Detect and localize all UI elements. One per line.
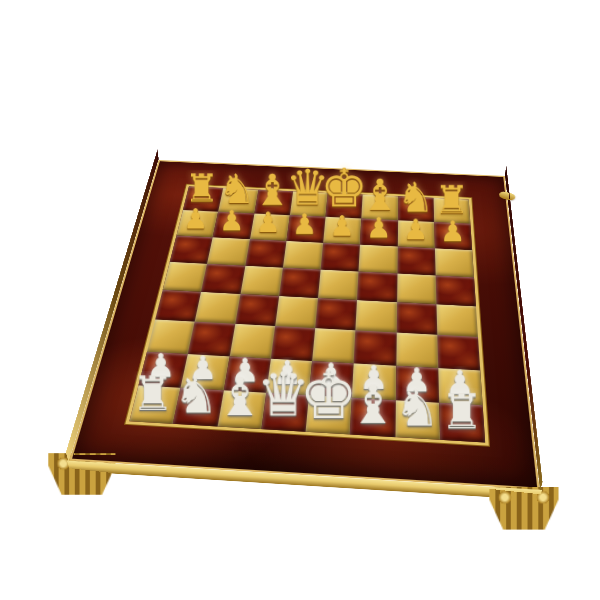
square-d4[interactable] — [275, 296, 318, 328]
square-b7[interactable]: ♟ — [213, 212, 254, 239]
square-a6[interactable] — [170, 235, 213, 263]
square-g4[interactable] — [396, 302, 437, 335]
piece-gold-pawn[interactable]: ♟ — [440, 217, 465, 245]
piece-gold-pawn[interactable]: ♟ — [183, 205, 208, 233]
piece-silver-knight[interactable]: ♞ — [173, 370, 218, 421]
piece-silver-bishop[interactable]: ♝ — [349, 378, 397, 431]
chessboard-scene: ♜♞♝♛♚♝♞♜♟♟♟♟♟♟♟♟♟♟♟♟♟♟♟♟♜♞♝♛♚♝♞♜ — [0, 0, 600, 600]
square-b4[interactable] — [195, 292, 240, 324]
piece-gold-pawn[interactable]: ♟ — [366, 214, 391, 242]
square-f1[interactable]: ♝ — [350, 398, 395, 438]
chessboard: ♜♞♝♛♚♝♞♜♟♟♟♟♟♟♟♟♟♟♟♟♟♟♟♟♜♞♝♛♚♝♞♜ — [69, 160, 540, 490]
square-f7[interactable]: ♟ — [360, 219, 397, 246]
piece-silver-knight[interactable]: ♞ — [394, 382, 440, 433]
piece-gold-pawn[interactable]: ♟ — [219, 207, 244, 235]
square-e5[interactable] — [318, 269, 359, 300]
piece-gold-pawn[interactable]: ♟ — [329, 212, 354, 240]
square-c4[interactable] — [235, 294, 279, 326]
square-c5[interactable] — [240, 266, 283, 296]
square-g7[interactable]: ♟ — [397, 220, 434, 248]
square-e7[interactable]: ♟ — [323, 217, 361, 244]
square-h1[interactable]: ♜ — [439, 403, 485, 443]
square-e1[interactable]: ♚ — [306, 395, 353, 434]
piece-gold-bishop[interactable]: ♝ — [360, 173, 399, 216]
square-f6[interactable] — [359, 244, 398, 273]
piece-gold-pawn[interactable]: ♟ — [403, 215, 428, 243]
square-d7[interactable]: ♟ — [286, 215, 325, 242]
square-b5[interactable] — [201, 264, 245, 294]
piece-gold-pawn[interactable]: ♟ — [292, 210, 317, 238]
ionic-capital-foot-right-icon — [489, 487, 558, 530]
square-h7[interactable]: ♟ — [434, 222, 472, 250]
square-h4[interactable] — [436, 304, 478, 337]
square-c6[interactable] — [245, 239, 286, 268]
square-g1[interactable]: ♞ — [395, 400, 440, 440]
piece-gold-pawn[interactable]: ♟ — [256, 208, 281, 236]
product-photo: ♜♞♝♛♚♝♞♜♟♟♟♟♟♟♟♟♟♟♟♟♟♟♟♟♜♞♝♛♚♝♞♜ — [0, 0, 600, 600]
piece-silver-rook[interactable]: ♜ — [441, 388, 484, 436]
piece-silver-rook[interactable]: ♜ — [131, 371, 173, 418]
square-a5[interactable] — [163, 262, 208, 292]
playing-area: ♜♞♝♛♚♝♞♜♟♟♟♟♟♟♟♟♟♟♟♟♟♟♟♟♜♞♝♛♚♝♞♜ — [125, 185, 488, 446]
square-e4[interactable] — [315, 298, 357, 331]
